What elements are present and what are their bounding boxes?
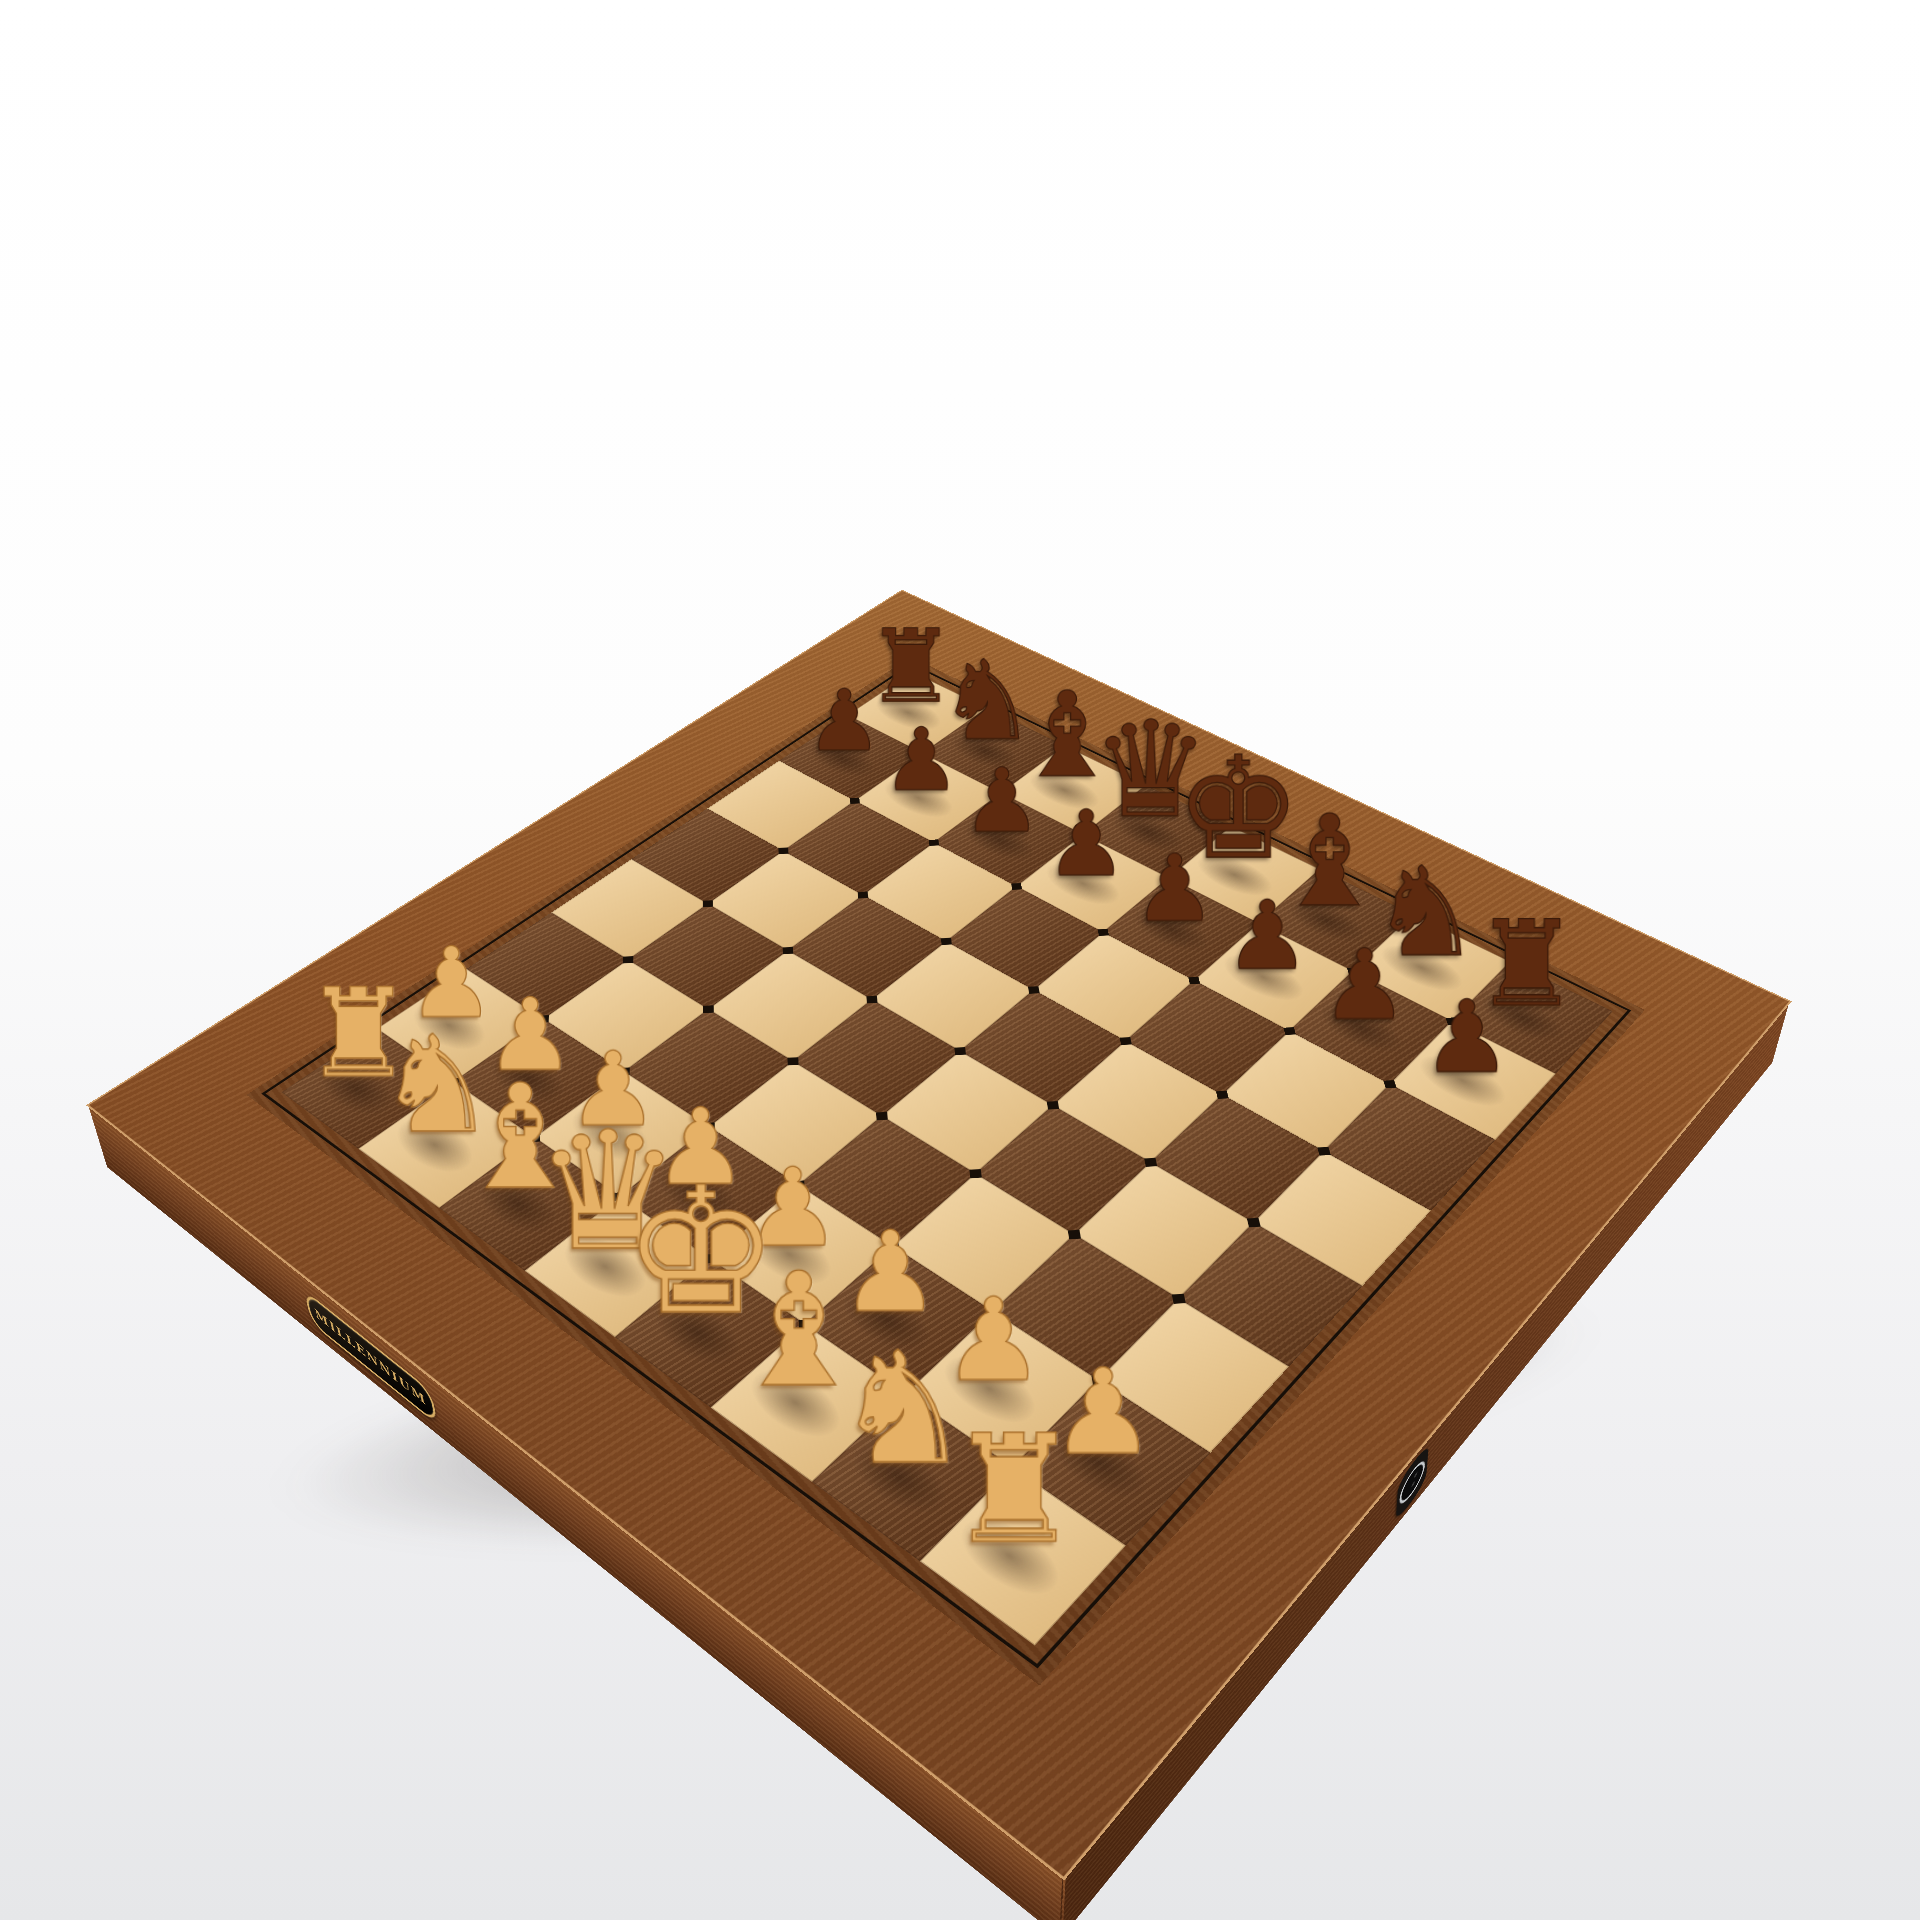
square-h1: ♜ <box>920 1467 1126 1645</box>
inlay-dot <box>1317 1146 1331 1155</box>
square-h7: ♟ <box>1390 1021 1556 1140</box>
chess-board: ♜♞♝♛♚♝♞♜♟♟♟♟♟♟♟♟♟♟♟♟♟♟♟♟♜♞♝♛♚♝♞♜ MILLENN… <box>86 590 1792 1881</box>
connector-ring-icon <box>1399 1453 1426 1512</box>
inlay-dot <box>954 1047 966 1055</box>
inlay-dot <box>866 995 877 1003</box>
inlay-dot <box>778 847 788 854</box>
inlay-dot <box>941 937 952 944</box>
inlay-dot <box>857 891 868 898</box>
inlay-dot <box>1028 986 1040 994</box>
inlay-dot <box>1247 1217 1261 1227</box>
white-rook: ♜ <box>887 1402 1141 1563</box>
inlay-dot <box>782 946 793 954</box>
inlay-dot <box>876 1111 888 1120</box>
inlay-dot <box>1119 1037 1131 1045</box>
inlay-dot <box>1216 1090 1229 1099</box>
inlay-dot <box>1068 1229 1081 1239</box>
inlay-dot <box>1171 1293 1185 1303</box>
inlay-dot <box>787 1057 798 1065</box>
inlay-dot <box>1144 1157 1157 1166</box>
inlay-dot <box>969 1169 982 1178</box>
inlay-dot <box>703 900 713 907</box>
inlay-dot <box>703 1005 714 1013</box>
black-pawn: ♟ <box>1382 978 1551 1086</box>
inlay-dot <box>623 956 634 964</box>
round-din-connector-port <box>1396 1442 1429 1523</box>
inlay-dot <box>1047 1101 1060 1110</box>
studio-backdrop: ♜♞♝♛♚♝♞♜♟♟♟♟♟♟♟♟♟♟♟♟♟♟♟♟♜♞♝♛♚♝♞♜ MILLENN… <box>0 0 1920 1920</box>
